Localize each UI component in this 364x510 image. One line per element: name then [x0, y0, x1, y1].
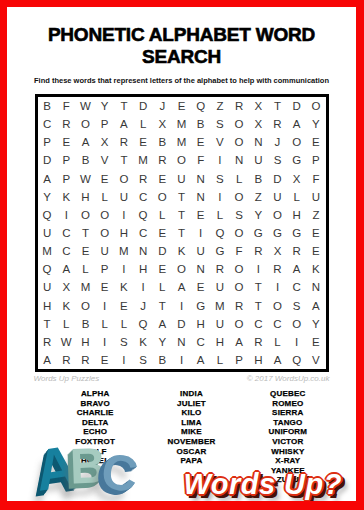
grid-cell: E [57, 133, 76, 151]
grid-cell: X [57, 278, 76, 296]
grid-cell: V [95, 151, 114, 169]
grid-cell: D [268, 170, 287, 188]
word-search-grid: BFWYTDJEQZRXTDOCROPALXMBSOXRAYPEAXREBMEV… [35, 94, 329, 372]
grid-cell: O [268, 206, 287, 224]
grid-cell: S [134, 351, 153, 369]
grid-cell: R [57, 115, 76, 133]
word-item: INDIA [143, 389, 239, 399]
grid-cell: E [191, 133, 210, 151]
grid-cell: Y [249, 206, 268, 224]
grid-cell: M [172, 133, 191, 151]
grid-cell: L [95, 315, 114, 333]
word-item: OSCAR [143, 447, 239, 457]
grid-cell: A [57, 260, 76, 278]
grid-cell: R [249, 333, 268, 351]
grid-cell: S [230, 206, 249, 224]
grid-cell: K [172, 242, 191, 260]
grid-cell: M [134, 151, 153, 169]
grid-cell: H [191, 315, 210, 333]
grid-cell: Q [287, 351, 306, 369]
grid-cell: N [191, 260, 210, 278]
grid-cell: T [153, 296, 172, 314]
grid-cell: I [249, 260, 268, 278]
word-item: TANGO [240, 418, 336, 428]
word-item: NOVEMBER [143, 437, 239, 447]
grid-cell: E [153, 170, 172, 188]
grid-cell: T [268, 97, 287, 115]
grid-cell: H [210, 333, 229, 351]
abc-graphic: ABC [35, 439, 138, 497]
grid-cell: R [268, 260, 287, 278]
grid-cell: E [306, 333, 325, 351]
grid-cell: I [191, 224, 210, 242]
word-item: VICTOR [240, 437, 336, 447]
page-title: PHONETIC ALPHABET WORD SEARCH [7, 24, 356, 68]
grid-cell: Y [306, 115, 325, 133]
grid-cell: K [114, 278, 133, 296]
grid-cell: D [172, 315, 191, 333]
grid-cell: T [172, 224, 191, 242]
grid-cell: Z [210, 97, 229, 115]
grid-cell: E [153, 260, 172, 278]
grid-cell: N [134, 242, 153, 260]
grid-cell: E [191, 206, 210, 224]
grid-cell: F [57, 97, 76, 115]
grid-cell: A [268, 351, 287, 369]
word-item: DELTA [47, 418, 143, 428]
word-item: X-RAY [240, 456, 336, 466]
grid-cell: R [57, 351, 76, 369]
grid-cell: X [153, 115, 172, 133]
grid-cell: L [287, 188, 306, 206]
grid-cell: D [153, 242, 172, 260]
grid-cell: C [249, 315, 268, 333]
grid-cell: H [249, 351, 268, 369]
grid-cell: E [134, 133, 153, 151]
grid-cell: I [95, 296, 114, 314]
grid-cell: O [287, 315, 306, 333]
grid-cell: C [38, 115, 57, 133]
grid-cell: M [76, 278, 95, 296]
grid-cell: L [76, 260, 95, 278]
grid-cell: C [268, 315, 287, 333]
grid-cell: E [76, 242, 95, 260]
grid-cell: I [114, 351, 133, 369]
grid-cell: G [210, 242, 229, 260]
grid-cell: L [210, 351, 229, 369]
grid-cell: B [191, 115, 210, 133]
grid-cell: O [230, 278, 249, 296]
grid-cell: R [230, 97, 249, 115]
grid-cell: O [230, 315, 249, 333]
attribution-row: Words Up Puzzles © 2017 WordsUp.co.uk [34, 374, 330, 383]
grid-cell: X [268, 242, 287, 260]
grid-cell: O [230, 224, 249, 242]
grid-cell: I [210, 188, 229, 206]
grid-cell: L [153, 206, 172, 224]
grid-cell: I [172, 296, 191, 314]
grid-cell: U [172, 170, 191, 188]
grid-cell: A [114, 115, 133, 133]
word-item: ALPHA [47, 389, 143, 399]
grid-cell: T [114, 97, 133, 115]
grid-cell: D [38, 151, 57, 169]
grid-cell: I [114, 206, 133, 224]
grid-cell: O [230, 133, 249, 151]
grid-cell: E [306, 242, 325, 260]
grid-cell: N [249, 133, 268, 151]
grid-cell: G [287, 224, 306, 242]
grid-cell: U [306, 188, 325, 206]
grid-cell: Q [38, 260, 57, 278]
grid-cell: B [76, 315, 95, 333]
grid-cell: C [57, 224, 76, 242]
grid-cell: A [38, 351, 57, 369]
grid-cell: S [210, 115, 229, 133]
grid-cell: L [114, 315, 133, 333]
grid-cell: F [230, 242, 249, 260]
word-item: BRAVO [47, 399, 143, 409]
grid-cell: T [172, 188, 191, 206]
grid-cell: F [191, 151, 210, 169]
grid-cell: O [230, 260, 249, 278]
grid-cell: A [306, 296, 325, 314]
grid-cell: C [134, 224, 153, 242]
grid-cell: O [76, 296, 95, 314]
grid-cell: N [191, 170, 210, 188]
grid-cell: M [210, 296, 229, 314]
grid-cell: Z [306, 206, 325, 224]
puzzle-page: PHONETIC ALPHABET WORD SEARCH Find these… [0, 0, 364, 510]
grid-cell: X [249, 97, 268, 115]
grid-cell: M [172, 115, 191, 133]
grid-cell: U [249, 151, 268, 169]
attribution-right: © 2017 WordsUp.co.uk [247, 374, 330, 383]
grid-cell: I [172, 351, 191, 369]
grid-cell: S [268, 151, 287, 169]
grid-cell: U [38, 278, 57, 296]
grid-cell: X [95, 133, 114, 151]
grid-cell: R [230, 296, 249, 314]
grid-cell: B [153, 351, 172, 369]
word-item: LIMA [143, 418, 239, 428]
grid-cell: T [249, 278, 268, 296]
grid-cell: O [153, 188, 172, 206]
grid-cell: L [210, 206, 229, 224]
grid-cell: A [172, 278, 191, 296]
grid-cell: N [306, 278, 325, 296]
grid-cell: I [114, 260, 133, 278]
word-item: UNIFORM [240, 427, 336, 437]
grid-cell: B [76, 151, 95, 169]
grid-cell: T [76, 224, 95, 242]
grid-cell: C [57, 242, 76, 260]
grid-cell: P [95, 260, 114, 278]
grid-cell: U [268, 188, 287, 206]
grid-cell: L [268, 333, 287, 351]
grid-cell: H [76, 188, 95, 206]
grid-cell: H [76, 333, 95, 351]
grid-cell: S [114, 333, 133, 351]
grid-cell: L [230, 170, 249, 188]
grid-cell: I [268, 278, 287, 296]
grid-cell: E [306, 133, 325, 151]
grid-cell: P [57, 170, 76, 188]
grid-cell: K [306, 260, 325, 278]
grid-cell: D [134, 97, 153, 115]
grid-cell: Z [249, 188, 268, 206]
grid-cell: P [230, 351, 249, 369]
grid-cell: O [95, 206, 114, 224]
word-item: JULIET [143, 399, 239, 409]
grid-cell: H [114, 224, 133, 242]
grid-cell: O [76, 115, 95, 133]
grid-cell: P [95, 115, 114, 133]
grid-cell: T [38, 315, 57, 333]
grid-cell: E [172, 97, 191, 115]
grid-cell: L [57, 315, 76, 333]
grid-cell: I [210, 151, 229, 169]
page-subtitle: Find these words that represent letters … [7, 76, 356, 85]
words-up-logo: Words Up? [183, 468, 342, 501]
grid-cell: E [191, 278, 210, 296]
word-item: SIERRA [240, 408, 336, 418]
grid-cell: B [249, 170, 268, 188]
grid-cell: O [230, 115, 249, 133]
grid-cell: A [191, 351, 210, 369]
grid-cell: B [38, 97, 57, 115]
grid-cell: R [76, 351, 95, 369]
word-item: CHARLIE [47, 408, 143, 418]
grid-cell: V [306, 351, 325, 369]
grid-cell: E [95, 170, 114, 188]
grid-cell: G [287, 151, 306, 169]
grid-cell: X [287, 170, 306, 188]
grid-cell: I [134, 278, 153, 296]
grid-cell: Q [210, 224, 229, 242]
grid-cell: T [172, 206, 191, 224]
grid-cell: E [306, 224, 325, 242]
grid-cell: Q [191, 97, 210, 115]
grid-cell: J [153, 97, 172, 115]
grid-cell: J [134, 296, 153, 314]
grid-cell: J [268, 133, 287, 151]
grid-cell: W [57, 333, 76, 351]
grid-cell: O [287, 133, 306, 151]
grid-cell: I [95, 333, 114, 351]
grid-cell: X [249, 115, 268, 133]
word-item: WHISKY [240, 447, 336, 457]
grid-cell: R [114, 133, 133, 151]
grid-cell: Y [153, 333, 172, 351]
grid-cell: A [38, 170, 57, 188]
grid-cell: C [287, 278, 306, 296]
grid-cell: E [114, 296, 133, 314]
grid-cell: O [172, 151, 191, 169]
grid-cell: K [57, 296, 76, 314]
grid-cell: A [153, 315, 172, 333]
grid-cell: N [230, 151, 249, 169]
grid-cell: S [210, 170, 229, 188]
grid-cell: S [287, 296, 306, 314]
grid-cell: N [172, 333, 191, 351]
grid-cell: P [38, 133, 57, 151]
grid-cell: T [114, 151, 133, 169]
grid-cell: R [268, 115, 287, 133]
grid-cell: E [95, 278, 114, 296]
attribution-left: Words Up Puzzles [34, 374, 100, 383]
grid-cell: Q [134, 206, 153, 224]
grid-cell: Y [38, 188, 57, 206]
grid-cell: L [95, 188, 114, 206]
grid-cell: Y [306, 315, 325, 333]
grid-cell: W [76, 170, 95, 188]
word-item: PAPA [143, 456, 239, 466]
word-item: MIKE [143, 427, 239, 437]
grid-cell: R [210, 260, 229, 278]
grid-cell: O [114, 170, 133, 188]
grid-cell: O [76, 206, 95, 224]
grid-cell: G [191, 296, 210, 314]
grid-cell: V [210, 133, 229, 151]
grid-cell: R [38, 333, 57, 351]
grid-cell: B [153, 133, 172, 151]
grid-cell: P [57, 151, 76, 169]
grid-cell: H [38, 296, 57, 314]
grid-cell: I [287, 333, 306, 351]
grid-cell: K [134, 333, 153, 351]
grid-cell: U [95, 242, 114, 260]
grid-cell: H [134, 260, 153, 278]
grid-cell: D [287, 97, 306, 115]
grid-cell: A [287, 115, 306, 133]
abc-letter-c: C [98, 446, 141, 501]
grid-cell: U [210, 315, 229, 333]
grid-cell: R [249, 242, 268, 260]
grid-cell: R [153, 151, 172, 169]
grid-cell: L [153, 278, 172, 296]
grid-cell: O [230, 188, 249, 206]
grid-cell: K [57, 188, 76, 206]
grid-cell: H [287, 206, 306, 224]
grid-cell: Y [95, 97, 114, 115]
grid-cell: U [210, 278, 229, 296]
grid-cell: N [191, 188, 210, 206]
grid-cell: E [95, 351, 114, 369]
grid-cell: G [249, 224, 268, 242]
grid-cell: P [306, 151, 325, 169]
grid-cell: U [38, 224, 57, 242]
grid-cell: M [114, 242, 133, 260]
word-item: KILO [143, 408, 239, 418]
grid-cell: O [95, 224, 114, 242]
grid-cell: U [191, 242, 210, 260]
grid-cell: C [191, 333, 210, 351]
word-item: QUEBEC [240, 389, 336, 399]
grid-cell: E [153, 224, 172, 242]
grid-cell: I [57, 206, 76, 224]
grid-cell: A [76, 133, 95, 151]
grid-cell: Q [38, 206, 57, 224]
grid-cell: O [172, 260, 191, 278]
grid-cell: R [134, 170, 153, 188]
grid-cell: G [268, 224, 287, 242]
grid-cell: R [287, 242, 306, 260]
grid-cell: T [249, 296, 268, 314]
grid-cell: M [38, 242, 57, 260]
grid-cell: F [306, 170, 325, 188]
grid-cell: L [134, 115, 153, 133]
grid-cell: Q [134, 315, 153, 333]
word-item: ROMEO [240, 399, 336, 409]
grid-cell: C [134, 188, 153, 206]
grid-cell: O [268, 296, 287, 314]
grid-cell: W [76, 97, 95, 115]
grid-cell: O [306, 97, 325, 115]
grid-cell: U [114, 188, 133, 206]
grid-cell: A [287, 260, 306, 278]
grid-cell: A [230, 333, 249, 351]
